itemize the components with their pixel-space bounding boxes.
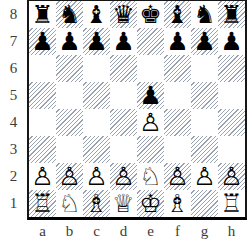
file-label-h: h [218,222,245,242]
square-f3[interactable] [164,136,191,163]
white-queen[interactable]: ♕ [112,190,134,217]
square-g1[interactable] [191,190,218,217]
rank-label-5: 5 [0,82,27,109]
white-pawn[interactable]: ♙ [193,163,215,190]
square-e3[interactable] [137,136,164,163]
square-a1[interactable]: ♖ [29,190,56,217]
square-e8[interactable]: ♚ [137,1,164,28]
square-f1[interactable]: ♗ [164,190,191,217]
black-pawn[interactable]: ♟ [85,28,107,55]
square-b5[interactable] [56,82,83,109]
chess-board: ♜♞♝♛♚♝♞♜♟♟♟♟♟♟♟♟♙♙♙♙♙♘♙♙♙♖♘♗♕♔♗♖ [27,0,247,220]
square-d8[interactable]: ♛ [110,1,137,28]
square-a8[interactable]: ♜ [29,1,56,28]
black-king[interactable]: ♚ [139,1,161,28]
square-h3[interactable] [218,136,245,163]
square-a3[interactable] [29,136,56,163]
file-label-g: g [191,222,218,242]
square-e5[interactable]: ♟ [137,82,164,109]
square-e4[interactable]: ♙ [137,109,164,136]
file-label-e: e [137,222,164,242]
square-g4[interactable] [191,109,218,136]
square-d2[interactable]: ♙ [110,163,137,190]
black-queen[interactable]: ♛ [112,1,134,28]
square-d5[interactable] [110,82,137,109]
square-b7[interactable]: ♟ [56,28,83,55]
black-rook[interactable]: ♜ [220,1,242,28]
white-pawn[interactable]: ♙ [220,163,242,190]
white-pawn[interactable]: ♙ [112,163,134,190]
white-rook[interactable]: ♖ [220,190,242,217]
square-c2[interactable]: ♙ [83,163,110,190]
square-a5[interactable] [29,82,56,109]
square-d4[interactable] [110,109,137,136]
rank-label-6: 6 [0,55,27,82]
square-d3[interactable] [110,136,137,163]
square-g2[interactable]: ♙ [191,163,218,190]
square-c7[interactable]: ♟ [83,28,110,55]
black-bishop[interactable]: ♝ [85,1,107,28]
square-e7[interactable] [137,28,164,55]
white-rook[interactable]: ♖ [31,190,53,217]
rank-label-1: 1 [0,190,27,217]
square-c8[interactable]: ♝ [83,1,110,28]
square-f2[interactable]: ♙ [164,163,191,190]
square-a6[interactable] [29,55,56,82]
square-h2[interactable]: ♙ [218,163,245,190]
square-h8[interactable]: ♜ [218,1,245,28]
square-f7[interactable]: ♟ [164,28,191,55]
square-g8[interactable]: ♞ [191,1,218,28]
square-e6[interactable] [137,55,164,82]
black-pawn[interactable]: ♟ [166,28,188,55]
file-label-d: d [110,222,137,242]
black-rook[interactable]: ♜ [31,1,53,28]
rank-label-2: 2 [0,163,27,190]
square-a7[interactable]: ♟ [29,28,56,55]
black-pawn[interactable]: ♟ [112,28,134,55]
square-b6[interactable] [56,55,83,82]
square-d6[interactable] [110,55,137,82]
file-label-f: f [164,222,191,242]
square-h6[interactable] [218,55,245,82]
rank-label-3: 3 [0,136,27,163]
square-h4[interactable] [218,109,245,136]
white-pawn[interactable]: ♙ [58,163,80,190]
black-bishop[interactable]: ♝ [166,1,188,28]
file-label-b: b [56,222,83,242]
square-c4[interactable] [83,109,110,136]
square-h7[interactable]: ♟ [218,28,245,55]
square-c5[interactable] [83,82,110,109]
black-pawn[interactable]: ♟ [220,28,242,55]
black-knight[interactable]: ♞ [58,1,80,28]
square-f8[interactable]: ♝ [164,1,191,28]
square-g5[interactable] [191,82,218,109]
square-a2[interactable]: ♙ [29,163,56,190]
chess-diagram: 87654321 ♜♞♝♛♚♝♞♜♟♟♟♟♟♟♟♟♙♙♙♙♙♘♙♙♙♖♘♗♕♔♗… [0,0,250,250]
square-c3[interactable] [83,136,110,163]
square-f6[interactable] [164,55,191,82]
square-c1[interactable]: ♗ [83,190,110,217]
square-b2[interactable]: ♙ [56,163,83,190]
square-c6[interactable] [83,55,110,82]
black-pawn[interactable]: ♟ [58,28,80,55]
white-knight[interactable]: ♘ [139,163,161,190]
square-b8[interactable]: ♞ [56,1,83,28]
square-h1[interactable]: ♖ [218,190,245,217]
black-pawn[interactable]: ♟ [139,82,161,109]
square-g3[interactable] [191,136,218,163]
rank-label-4: 4 [0,109,27,136]
square-b1[interactable]: ♘ [56,190,83,217]
rank-label-8: 8 [0,1,27,28]
square-g7[interactable]: ♟ [191,28,218,55]
file-labels: abcdefgh [29,222,245,242]
file-label-c: c [83,222,110,242]
rank-labels: 87654321 [0,1,27,217]
white-king[interactable]: ♔ [139,190,161,217]
black-pawn[interactable]: ♟ [31,28,53,55]
square-g6[interactable] [191,55,218,82]
rank-label-7: 7 [0,28,27,55]
black-knight[interactable]: ♞ [193,1,215,28]
white-bishop[interactable]: ♗ [166,190,188,217]
white-pawn[interactable]: ♙ [166,163,188,190]
square-b4[interactable] [56,109,83,136]
square-b3[interactable] [56,136,83,163]
square-a4[interactable] [29,109,56,136]
white-pawn[interactable]: ♙ [85,163,107,190]
square-f5[interactable] [164,82,191,109]
square-d1[interactable]: ♕ [110,190,137,217]
white-knight[interactable]: ♘ [58,190,80,217]
square-h5[interactable] [218,82,245,109]
square-d7[interactable]: ♟ [110,28,137,55]
square-f4[interactable] [164,109,191,136]
file-label-a: a [29,222,56,242]
square-e2[interactable]: ♘ [137,163,164,190]
black-pawn[interactable]: ♟ [193,28,215,55]
white-bishop[interactable]: ♗ [85,190,107,217]
white-pawn[interactable]: ♙ [139,109,161,136]
white-pawn[interactable]: ♙ [31,163,53,190]
square-e1[interactable]: ♔ [137,190,164,217]
